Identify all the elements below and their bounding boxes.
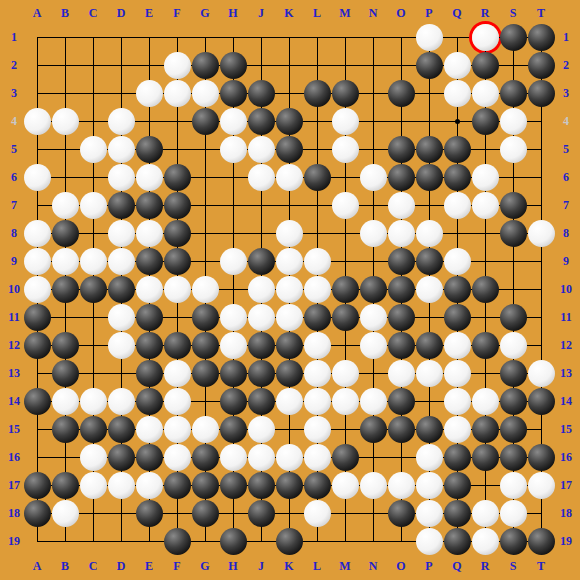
point-h13[interactable] [219,359,247,387]
point-q17[interactable] [443,471,471,499]
point-h9[interactable] [219,247,247,275]
point-o15[interactable] [387,415,415,443]
point-k7[interactable] [275,191,303,219]
point-f5[interactable] [163,135,191,163]
point-p14[interactable] [415,387,443,415]
point-c14[interactable] [79,387,107,415]
point-f14[interactable] [163,387,191,415]
point-s1[interactable] [499,23,527,51]
point-c9[interactable] [79,247,107,275]
point-j17[interactable] [247,471,275,499]
point-t9[interactable] [527,247,555,275]
point-c17[interactable] [79,471,107,499]
point-j7[interactable] [247,191,275,219]
point-c7[interactable] [79,191,107,219]
point-e3[interactable] [135,79,163,107]
point-c8[interactable] [79,219,107,247]
point-o14[interactable] [387,387,415,415]
point-t5[interactable] [527,135,555,163]
point-l11[interactable] [303,303,331,331]
point-k15[interactable] [275,415,303,443]
point-n13[interactable] [359,359,387,387]
point-k12[interactable] [275,331,303,359]
point-m13[interactable] [331,359,359,387]
point-d1[interactable] [107,23,135,51]
point-o10[interactable] [387,275,415,303]
point-g1[interactable] [191,23,219,51]
point-c15[interactable] [79,415,107,443]
point-d17[interactable] [107,471,135,499]
point-d12[interactable] [107,331,135,359]
point-s6[interactable] [499,163,527,191]
point-f3[interactable] [163,79,191,107]
point-o17[interactable] [387,471,415,499]
point-f12[interactable] [163,331,191,359]
point-d7[interactable] [107,191,135,219]
point-r11[interactable] [471,303,499,331]
point-j13[interactable] [247,359,275,387]
point-a19[interactable] [23,527,51,555]
point-l19[interactable] [303,527,331,555]
point-r17[interactable] [471,471,499,499]
point-a14[interactable] [23,387,51,415]
point-p15[interactable] [415,415,443,443]
point-d2[interactable] [107,51,135,79]
point-s10[interactable] [499,275,527,303]
point-n1[interactable] [359,23,387,51]
point-t2[interactable] [527,51,555,79]
point-t7[interactable] [527,191,555,219]
point-l3[interactable] [303,79,331,107]
point-l14[interactable] [303,387,331,415]
point-s15[interactable] [499,415,527,443]
point-h16[interactable] [219,443,247,471]
point-r19[interactable] [471,527,499,555]
point-e18[interactable] [135,499,163,527]
point-t12[interactable] [527,331,555,359]
point-n14[interactable] [359,387,387,415]
point-l10[interactable] [303,275,331,303]
point-h15[interactable] [219,415,247,443]
point-g18[interactable] [191,499,219,527]
point-k5[interactable] [275,135,303,163]
point-a4[interactable] [23,107,51,135]
point-j12[interactable] [247,331,275,359]
point-f16[interactable] [163,443,191,471]
point-r3[interactable] [471,79,499,107]
point-b2[interactable] [51,51,79,79]
point-j2[interactable] [247,51,275,79]
point-a1[interactable] [23,23,51,51]
point-t17[interactable] [527,471,555,499]
point-f9[interactable] [163,247,191,275]
point-j5[interactable] [247,135,275,163]
point-m12[interactable] [331,331,359,359]
point-q3[interactable] [443,79,471,107]
point-j10[interactable] [247,275,275,303]
point-p7[interactable] [415,191,443,219]
point-j4[interactable] [247,107,275,135]
point-r18[interactable] [471,499,499,527]
point-f6[interactable] [163,163,191,191]
point-f17[interactable] [163,471,191,499]
point-q15[interactable] [443,415,471,443]
point-t1[interactable] [527,23,555,51]
point-a9[interactable] [23,247,51,275]
point-k17[interactable] [275,471,303,499]
point-m14[interactable] [331,387,359,415]
point-g8[interactable] [191,219,219,247]
point-t6[interactable] [527,163,555,191]
point-q11[interactable] [443,303,471,331]
point-t16[interactable] [527,443,555,471]
point-j19[interactable] [247,527,275,555]
point-m2[interactable] [331,51,359,79]
point-j14[interactable] [247,387,275,415]
point-h1[interactable] [219,23,247,51]
point-h14[interactable] [219,387,247,415]
point-t10[interactable] [527,275,555,303]
point-s5[interactable] [499,135,527,163]
point-p9[interactable] [415,247,443,275]
point-g19[interactable] [191,527,219,555]
point-g6[interactable] [191,163,219,191]
point-l6[interactable] [303,163,331,191]
point-e12[interactable] [135,331,163,359]
point-s9[interactable] [499,247,527,275]
point-t19[interactable] [527,527,555,555]
point-r9[interactable] [471,247,499,275]
point-g2[interactable] [191,51,219,79]
point-s8[interactable] [499,219,527,247]
point-h3[interactable] [219,79,247,107]
point-b15[interactable] [51,415,79,443]
point-l13[interactable] [303,359,331,387]
point-t13[interactable] [527,359,555,387]
point-h18[interactable] [219,499,247,527]
point-g10[interactable] [191,275,219,303]
point-a13[interactable] [23,359,51,387]
point-e4[interactable] [135,107,163,135]
point-q12[interactable] [443,331,471,359]
point-r1[interactable] [471,23,499,51]
point-q9[interactable] [443,247,471,275]
point-a8[interactable] [23,219,51,247]
point-d10[interactable] [107,275,135,303]
point-e17[interactable] [135,471,163,499]
point-q8[interactable] [443,219,471,247]
point-m6[interactable] [331,163,359,191]
point-l7[interactable] [303,191,331,219]
point-t11[interactable] [527,303,555,331]
point-p12[interactable] [415,331,443,359]
point-b10[interactable] [51,275,79,303]
point-r5[interactable] [471,135,499,163]
point-t8[interactable] [527,219,555,247]
point-e11[interactable] [135,303,163,331]
point-s13[interactable] [499,359,527,387]
point-o16[interactable] [387,443,415,471]
point-k4[interactable] [275,107,303,135]
point-m9[interactable] [331,247,359,275]
point-m10[interactable] [331,275,359,303]
point-p6[interactable] [415,163,443,191]
point-h10[interactable] [219,275,247,303]
point-a15[interactable] [23,415,51,443]
point-a12[interactable] [23,331,51,359]
point-o6[interactable] [387,163,415,191]
point-a10[interactable] [23,275,51,303]
point-s19[interactable] [499,527,527,555]
point-n4[interactable] [359,107,387,135]
point-p17[interactable] [415,471,443,499]
point-f4[interactable] [163,107,191,135]
point-l9[interactable] [303,247,331,275]
point-s12[interactable] [499,331,527,359]
point-t15[interactable] [527,415,555,443]
point-j1[interactable] [247,23,275,51]
point-d19[interactable] [107,527,135,555]
point-n19[interactable] [359,527,387,555]
point-k2[interactable] [275,51,303,79]
point-p16[interactable] [415,443,443,471]
point-m15[interactable] [331,415,359,443]
point-e13[interactable] [135,359,163,387]
point-r2[interactable] [471,51,499,79]
point-l16[interactable] [303,443,331,471]
point-r4[interactable] [471,107,499,135]
point-l1[interactable] [303,23,331,51]
point-j8[interactable] [247,219,275,247]
point-q5[interactable] [443,135,471,163]
point-j9[interactable] [247,247,275,275]
point-e6[interactable] [135,163,163,191]
point-b18[interactable] [51,499,79,527]
point-c2[interactable] [79,51,107,79]
point-q10[interactable] [443,275,471,303]
point-k18[interactable] [275,499,303,527]
point-b1[interactable] [51,23,79,51]
point-c3[interactable] [79,79,107,107]
point-g15[interactable] [191,415,219,443]
point-d4[interactable] [107,107,135,135]
point-q16[interactable] [443,443,471,471]
point-f15[interactable] [163,415,191,443]
point-j11[interactable] [247,303,275,331]
point-p19[interactable] [415,527,443,555]
point-l8[interactable] [303,219,331,247]
point-h12[interactable] [219,331,247,359]
point-h2[interactable] [219,51,247,79]
point-o9[interactable] [387,247,415,275]
point-f2[interactable] [163,51,191,79]
point-b16[interactable] [51,443,79,471]
point-b6[interactable] [51,163,79,191]
point-d13[interactable] [107,359,135,387]
point-n16[interactable] [359,443,387,471]
point-l4[interactable] [303,107,331,135]
point-k3[interactable] [275,79,303,107]
point-b7[interactable] [51,191,79,219]
point-d5[interactable] [107,135,135,163]
point-h5[interactable] [219,135,247,163]
point-q7[interactable] [443,191,471,219]
point-n17[interactable] [359,471,387,499]
point-h19[interactable] [219,527,247,555]
point-q1[interactable] [443,23,471,51]
point-m8[interactable] [331,219,359,247]
point-b19[interactable] [51,527,79,555]
point-n6[interactable] [359,163,387,191]
point-q18[interactable] [443,499,471,527]
point-n5[interactable] [359,135,387,163]
point-h11[interactable] [219,303,247,331]
point-m3[interactable] [331,79,359,107]
point-s18[interactable] [499,499,527,527]
point-l17[interactable] [303,471,331,499]
point-d3[interactable] [107,79,135,107]
point-o7[interactable] [387,191,415,219]
point-r8[interactable] [471,219,499,247]
point-g9[interactable] [191,247,219,275]
point-k8[interactable] [275,219,303,247]
point-g13[interactable] [191,359,219,387]
point-b9[interactable] [51,247,79,275]
point-e5[interactable] [135,135,163,163]
point-j3[interactable] [247,79,275,107]
point-k14[interactable] [275,387,303,415]
point-o8[interactable] [387,219,415,247]
point-g3[interactable] [191,79,219,107]
point-j6[interactable] [247,163,275,191]
point-r14[interactable] [471,387,499,415]
point-n10[interactable] [359,275,387,303]
point-p2[interactable] [415,51,443,79]
point-p3[interactable] [415,79,443,107]
point-e14[interactable] [135,387,163,415]
point-e9[interactable] [135,247,163,275]
point-d18[interactable] [107,499,135,527]
point-q19[interactable] [443,527,471,555]
point-r16[interactable] [471,443,499,471]
point-c12[interactable] [79,331,107,359]
point-m11[interactable] [331,303,359,331]
point-m1[interactable] [331,23,359,51]
point-l12[interactable] [303,331,331,359]
point-c10[interactable] [79,275,107,303]
point-q2[interactable] [443,51,471,79]
point-e1[interactable] [135,23,163,51]
point-m5[interactable] [331,135,359,163]
point-a7[interactable] [23,191,51,219]
point-t18[interactable] [527,499,555,527]
point-g4[interactable] [191,107,219,135]
point-o12[interactable] [387,331,415,359]
point-n3[interactable] [359,79,387,107]
point-c6[interactable] [79,163,107,191]
point-o18[interactable] [387,499,415,527]
point-t3[interactable] [527,79,555,107]
point-q4[interactable] [443,107,471,135]
point-b13[interactable] [51,359,79,387]
point-n2[interactable] [359,51,387,79]
point-f18[interactable] [163,499,191,527]
point-d11[interactable] [107,303,135,331]
point-h17[interactable] [219,471,247,499]
point-f1[interactable] [163,23,191,51]
point-n7[interactable] [359,191,387,219]
point-a16[interactable] [23,443,51,471]
point-o1[interactable] [387,23,415,51]
point-b11[interactable] [51,303,79,331]
point-d16[interactable] [107,443,135,471]
point-e16[interactable] [135,443,163,471]
point-k1[interactable] [275,23,303,51]
point-n11[interactable] [359,303,387,331]
point-s7[interactable] [499,191,527,219]
point-c11[interactable] [79,303,107,331]
point-j18[interactable] [247,499,275,527]
point-f10[interactable] [163,275,191,303]
point-r6[interactable] [471,163,499,191]
point-d14[interactable] [107,387,135,415]
point-m4[interactable] [331,107,359,135]
point-g7[interactable] [191,191,219,219]
point-o3[interactable] [387,79,415,107]
point-j15[interactable] [247,415,275,443]
point-j16[interactable] [247,443,275,471]
point-p11[interactable] [415,303,443,331]
point-f11[interactable] [163,303,191,331]
point-s2[interactable] [499,51,527,79]
point-b17[interactable] [51,471,79,499]
point-a18[interactable] [23,499,51,527]
point-r15[interactable] [471,415,499,443]
point-o4[interactable] [387,107,415,135]
point-e7[interactable] [135,191,163,219]
point-l18[interactable] [303,499,331,527]
point-k11[interactable] [275,303,303,331]
point-k6[interactable] [275,163,303,191]
point-k16[interactable] [275,443,303,471]
point-b8[interactable] [51,219,79,247]
point-h8[interactable] [219,219,247,247]
point-p1[interactable] [415,23,443,51]
point-c5[interactable] [79,135,107,163]
point-o13[interactable] [387,359,415,387]
point-a2[interactable] [23,51,51,79]
point-h6[interactable] [219,163,247,191]
point-b14[interactable] [51,387,79,415]
point-a6[interactable] [23,163,51,191]
point-f8[interactable] [163,219,191,247]
point-l5[interactable] [303,135,331,163]
point-k13[interactable] [275,359,303,387]
point-o11[interactable] [387,303,415,331]
point-b4[interactable] [51,107,79,135]
point-p13[interactable] [415,359,443,387]
point-t14[interactable] [527,387,555,415]
point-f19[interactable] [163,527,191,555]
point-g11[interactable] [191,303,219,331]
point-s11[interactable] [499,303,527,331]
point-f7[interactable] [163,191,191,219]
point-m7[interactable] [331,191,359,219]
point-h4[interactable] [219,107,247,135]
point-d8[interactable] [107,219,135,247]
point-g16[interactable] [191,443,219,471]
point-e8[interactable] [135,219,163,247]
